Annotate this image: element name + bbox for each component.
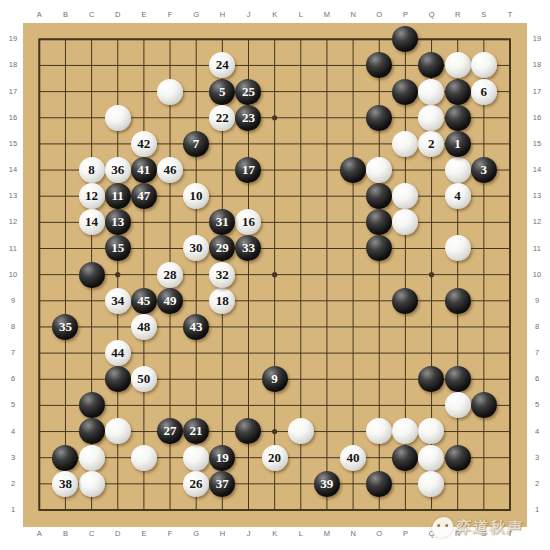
stone-white-P15 <box>392 131 418 157</box>
stone-white-H18-move-24: 24 <box>209 52 235 78</box>
col-label-bottom-M: M <box>324 530 330 538</box>
row-label-left-12: 12 <box>9 219 17 227</box>
stone-white-L4 <box>288 418 314 444</box>
stone-black-P17 <box>392 79 418 105</box>
row-label-left-10: 10 <box>9 271 17 279</box>
stone-black-H12-move-31: 31 <box>209 209 235 235</box>
col-label-bottom-J: J <box>247 530 251 538</box>
row-label-right-10: 10 <box>533 271 541 279</box>
stone-black-R16 <box>445 105 471 131</box>
stone-black-E13-move-47: 47 <box>131 183 157 209</box>
stone-white-E15-move-42: 42 <box>131 131 157 157</box>
stone-white-O14 <box>366 157 392 183</box>
stone-black-K6-move-9: 9 <box>262 366 288 392</box>
stone-black-Q18 <box>418 52 444 78</box>
stone-black-O11 <box>366 235 392 261</box>
row-label-right-6: 6 <box>535 376 539 384</box>
row-label-left-11: 11 <box>9 245 17 253</box>
col-label-top-B: B <box>63 11 68 19</box>
stone-white-Q17 <box>418 79 444 105</box>
row-label-right-17: 17 <box>533 88 541 96</box>
stone-black-P9 <box>392 288 418 314</box>
row-label-left-9: 9 <box>11 297 15 305</box>
watermark-face-logo-icon <box>431 517 454 538</box>
row-label-right-11: 11 <box>533 245 541 253</box>
col-label-top-F: F <box>168 11 173 19</box>
col-label-top-S: S <box>481 11 486 19</box>
stone-black-R15-move-1: 1 <box>445 131 471 157</box>
stone-black-Q6 <box>418 366 444 392</box>
stone-black-S5 <box>471 392 497 418</box>
stone-black-F4-move-27: 27 <box>157 418 183 444</box>
row-label-left-3: 3 <box>11 454 15 462</box>
stone-white-S17-move-6: 6 <box>471 79 497 105</box>
row-label-right-8: 8 <box>535 323 539 331</box>
col-label-bottom-F: F <box>168 530 173 538</box>
row-label-left-4: 4 <box>11 428 15 436</box>
stone-black-C4 <box>79 418 105 444</box>
stone-white-P13 <box>392 183 418 209</box>
stone-black-F9-move-49: 49 <box>157 288 183 314</box>
row-label-right-1: 1 <box>535 506 539 514</box>
row-label-left-6: 6 <box>11 376 15 384</box>
row-label-right-15: 15 <box>533 140 541 148</box>
stone-black-C10 <box>79 262 105 288</box>
stone-black-J14-move-17: 17 <box>235 157 261 183</box>
row-label-left-7: 7 <box>11 349 15 357</box>
row-label-right-5: 5 <box>535 402 539 410</box>
row-label-right-12: 12 <box>533 219 541 227</box>
stone-white-Q3 <box>418 445 444 471</box>
col-label-top-H: H <box>220 11 225 19</box>
stone-white-E3 <box>131 445 157 471</box>
stone-black-J4 <box>235 418 261 444</box>
stone-white-F14-move-46: 46 <box>157 157 183 183</box>
row-label-left-13: 13 <box>9 192 17 200</box>
row-label-left-2: 2 <box>11 480 15 488</box>
stone-white-E6-move-50: 50 <box>131 366 157 392</box>
col-label-top-M: M <box>324 11 330 19</box>
row-label-left-1: 1 <box>11 506 15 514</box>
stone-white-Q15-move-2: 2 <box>418 131 444 157</box>
stone-black-S14-move-3: 3 <box>471 157 497 183</box>
col-label-top-O: O <box>376 11 382 19</box>
stone-white-C14-move-8: 8 <box>79 157 105 183</box>
col-label-bottom-P: P <box>403 530 408 538</box>
stone-black-J16-move-23: 23 <box>235 105 261 131</box>
col-label-bottom-L: L <box>299 530 303 538</box>
row-label-right-13: 13 <box>533 192 541 200</box>
col-label-bottom-N: N <box>350 530 355 538</box>
stone-white-K3-move-20: 20 <box>262 445 288 471</box>
stone-white-S18 <box>471 52 497 78</box>
row-label-right-4: 4 <box>535 428 539 436</box>
stone-black-G8-move-43: 43 <box>183 314 209 340</box>
stone-black-C5 <box>79 392 105 418</box>
stone-white-H16-move-22: 22 <box>209 105 235 131</box>
stone-black-E14-move-41: 41 <box>131 157 157 183</box>
col-label-top-G: G <box>193 11 199 19</box>
stone-white-G3 <box>183 445 209 471</box>
row-label-right-14: 14 <box>533 166 541 174</box>
stone-black-J11-move-33: 33 <box>235 235 261 261</box>
stone-black-O2 <box>366 471 392 497</box>
stone-white-C2 <box>79 471 105 497</box>
stone-white-R14 <box>445 157 471 183</box>
stone-black-R3 <box>445 445 471 471</box>
stone-white-P12 <box>392 209 418 235</box>
stone-white-D4 <box>105 418 131 444</box>
row-label-right-9: 9 <box>535 297 539 305</box>
col-label-bottom-D: D <box>115 530 120 538</box>
col-label-bottom-A: A <box>37 530 42 538</box>
col-label-top-Q: Q <box>429 11 435 19</box>
watermark-text: 弈道秋声 <box>455 518 525 537</box>
stone-black-O13 <box>366 183 392 209</box>
col-label-top-P: P <box>403 11 408 19</box>
stone-white-C12-move-14: 14 <box>79 209 105 235</box>
stone-white-F17 <box>157 79 183 105</box>
stone-black-J17-move-25: 25 <box>235 79 261 105</box>
stone-black-G4-move-21: 21 <box>183 418 209 444</box>
stone-white-C3 <box>79 445 105 471</box>
stone-white-Q4 <box>418 418 444 444</box>
stone-black-E9-move-45: 45 <box>131 288 157 314</box>
col-label-top-T: T <box>508 11 513 19</box>
stone-black-H2-move-37: 37 <box>209 471 235 497</box>
row-label-right-18: 18 <box>533 62 541 70</box>
col-label-bottom-O: O <box>376 530 382 538</box>
stone-black-R9 <box>445 288 471 314</box>
stone-white-C13-move-12: 12 <box>79 183 105 209</box>
col-label-bottom-G: G <box>193 530 199 538</box>
stone-white-D16 <box>105 105 131 131</box>
stone-black-O16 <box>366 105 392 131</box>
col-label-top-R: R <box>455 11 460 19</box>
stone-white-G13-move-10: 10 <box>183 183 209 209</box>
stone-white-J12-move-16: 16 <box>235 209 261 235</box>
col-label-top-L: L <box>299 11 303 19</box>
stone-black-H17-move-5: 5 <box>209 79 235 105</box>
row-label-left-15: 15 <box>9 140 17 148</box>
col-label-top-J: J <box>247 11 251 19</box>
watermark: 弈道秋声 <box>431 517 525 538</box>
row-label-right-7: 7 <box>535 349 539 357</box>
stone-black-B3 <box>52 445 78 471</box>
col-label-top-E: E <box>141 11 146 19</box>
row-label-left-14: 14 <box>9 166 17 174</box>
stone-black-M2-move-39: 39 <box>314 471 340 497</box>
row-label-right-2: 2 <box>535 480 539 488</box>
stone-white-B2-move-38: 38 <box>52 471 78 497</box>
go-diagram-page: ABCDEFGHJKLMNOPQRST ABCDEFGHJKLMNOPQRST … <box>0 0 550 550</box>
stone-black-R17 <box>445 79 471 105</box>
col-label-top-N: N <box>350 11 355 19</box>
col-label-bottom-H: H <box>220 530 225 538</box>
stone-white-D14-move-36: 36 <box>105 157 131 183</box>
stone-white-R18 <box>445 52 471 78</box>
row-label-left-16: 16 <box>9 114 17 122</box>
col-label-bottom-E: E <box>141 530 146 538</box>
row-label-left-18: 18 <box>9 62 17 70</box>
stone-white-R5 <box>445 392 471 418</box>
col-label-top-C: C <box>89 11 94 19</box>
stone-white-Q2 <box>418 471 444 497</box>
stone-black-H11-move-29: 29 <box>209 235 235 261</box>
stone-black-D12-move-13: 13 <box>105 209 131 235</box>
stone-black-P3 <box>392 445 418 471</box>
stone-white-O4 <box>366 418 392 444</box>
stone-white-N3-move-40: 40 <box>340 445 366 471</box>
stone-white-D7-move-44: 44 <box>105 340 131 366</box>
stone-black-H3-move-19: 19 <box>209 445 235 471</box>
stone-black-R6 <box>445 366 471 392</box>
col-label-top-K: K <box>272 11 277 19</box>
stone-black-B8-move-35: 35 <box>52 314 78 340</box>
row-label-right-16: 16 <box>533 114 541 122</box>
stone-white-P4 <box>392 418 418 444</box>
row-label-left-5: 5 <box>11 402 15 410</box>
stone-black-D13-move-11: 11 <box>105 183 131 209</box>
stone-white-H9-move-18: 18 <box>209 288 235 314</box>
row-label-left-17: 17 <box>9 88 17 96</box>
col-label-top-A: A <box>37 11 42 19</box>
stones-layer: 1234567891011121314151617181920212223242… <box>26 26 523 523</box>
stone-white-H10-move-32: 32 <box>209 262 235 288</box>
stone-black-O18 <box>366 52 392 78</box>
row-label-left-8: 8 <box>11 323 15 331</box>
stone-white-G11-move-30: 30 <box>183 235 209 261</box>
row-label-right-3: 3 <box>535 454 539 462</box>
row-label-right-19: 19 <box>533 36 541 44</box>
stone-white-D9-move-34: 34 <box>105 288 131 314</box>
col-label-bottom-K: K <box>272 530 277 538</box>
stone-white-Q16 <box>418 105 444 131</box>
stone-black-N14 <box>340 157 366 183</box>
stone-white-G2-move-26: 26 <box>183 471 209 497</box>
stone-white-E8-move-48: 48 <box>131 314 157 340</box>
row-label-left-19: 19 <box>9 36 17 44</box>
stone-black-D6 <box>105 366 131 392</box>
col-label-bottom-B: B <box>63 530 68 538</box>
stone-black-O12 <box>366 209 392 235</box>
col-label-top-D: D <box>115 11 120 19</box>
stone-black-G15-move-7: 7 <box>183 131 209 157</box>
stone-white-R11 <box>445 235 471 261</box>
col-label-bottom-C: C <box>89 530 94 538</box>
stone-black-D11-move-15: 15 <box>105 235 131 261</box>
stone-white-R13-move-4: 4 <box>445 183 471 209</box>
stone-black-P19 <box>392 26 418 52</box>
stone-white-F10-move-28: 28 <box>157 262 183 288</box>
